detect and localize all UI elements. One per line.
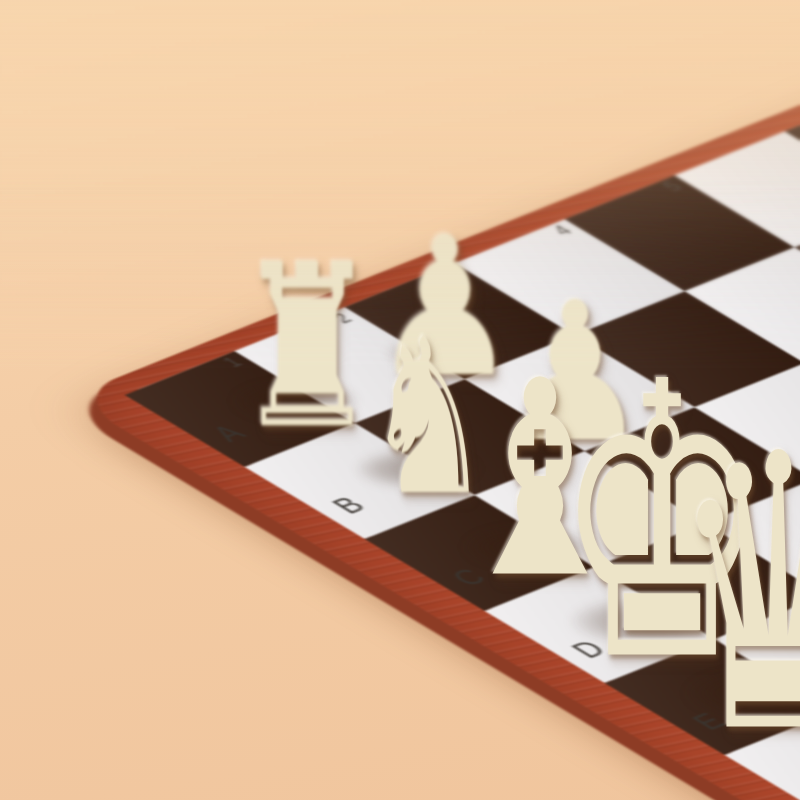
piece-white-queen-e1: ♛ [671,406,800,786]
photo-stage: ABCDE12345 ♜♟♞♟♝♚♛ [0,0,800,800]
piece-white-rook-a1: ♜ [235,235,380,460]
